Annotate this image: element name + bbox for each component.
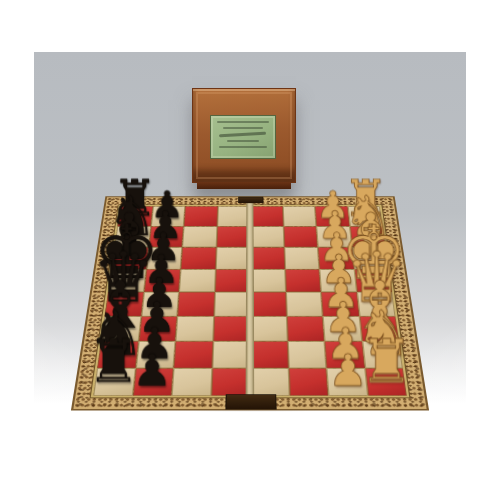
piece-wR-a1[interactable]: ♜	[360, 332, 413, 391]
square-h3[interactable]	[282, 206, 316, 226]
square-a3[interactable]	[288, 368, 328, 396]
square-d5[interactable]	[214, 292, 250, 316]
square-c5[interactable]	[213, 316, 250, 341]
square-g6[interactable]	[182, 226, 217, 247]
square-h6[interactable]	[184, 206, 218, 226]
square-f3[interactable]	[284, 247, 319, 269]
square-a4[interactable]	[250, 368, 289, 396]
square-c6[interactable]	[175, 316, 213, 341]
square-a8[interactable]: ♜	[93, 368, 135, 396]
square-d3[interactable]	[286, 292, 323, 316]
board-scene: ♜♟♟♜♞♟♟♞♝♟♟♝♚♟♟♚♛♟♟♛♝♟♟♝♞♟♟♞♜♟♟♜	[0, 0, 500, 500]
square-e5[interactable]	[215, 269, 251, 292]
square-c4[interactable]	[250, 316, 287, 341]
square-h4[interactable]	[250, 206, 283, 226]
square-a6[interactable]	[172, 368, 212, 396]
square-g3[interactable]	[283, 226, 318, 247]
square-b5[interactable]	[212, 341, 250, 368]
square-f5[interactable]	[215, 247, 250, 269]
square-b3[interactable]	[287, 341, 326, 368]
square-a5[interactable]	[211, 368, 250, 396]
square-a1[interactable]: ♜	[365, 368, 407, 396]
square-b4[interactable]	[250, 341, 288, 368]
square-f6[interactable]	[181, 247, 216, 269]
square-g4[interactable]	[250, 226, 284, 247]
square-h5[interactable]	[217, 206, 250, 226]
square-d4[interactable]	[250, 292, 286, 316]
square-f4[interactable]	[250, 247, 285, 269]
square-d6[interactable]	[177, 292, 214, 316]
square-e4[interactable]	[250, 269, 286, 292]
board-clasp-far	[238, 197, 264, 204]
square-g5[interactable]	[216, 226, 250, 247]
board-clasp-near	[225, 394, 276, 410]
piece-bP-a7[interactable]: ♟	[133, 348, 172, 392]
photograph: ♜♟♟♜♞♟♟♞♝♟♟♝♚♟♟♚♛♟♟♛♝♟♟♝♞♟♟♞♜♟♟♜	[0, 0, 500, 500]
square-b6[interactable]	[174, 341, 213, 368]
square-c3[interactable]	[286, 316, 324, 341]
square-e3[interactable]	[285, 269, 321, 292]
square-e6[interactable]	[179, 269, 215, 292]
square-a7[interactable]: ♟	[132, 368, 173, 396]
chess-board: ♜♟♟♜♞♟♟♞♝♟♟♝♚♟♟♚♛♟♟♛♝♟♟♝♞♟♟♞♜♟♟♜	[71, 196, 429, 410]
